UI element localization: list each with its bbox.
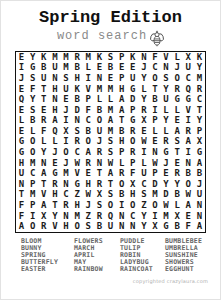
grid-cell: E [116, 63, 127, 74]
grid-cell: T [116, 116, 127, 127]
grid-cell: B [94, 221, 105, 232]
grid-cell: Y [161, 116, 172, 127]
page-title: Spring Edition [0, 8, 221, 27]
grid-cell: F [149, 52, 160, 63]
grid-cell: B [149, 94, 160, 105]
grid-cell: J [60, 158, 71, 169]
grid-cell: E [49, 158, 60, 169]
grid-cell: M [105, 84, 116, 95]
grid-cell: P [149, 168, 160, 179]
grid-cell: W [149, 158, 160, 169]
word-list: BLOOMBUNNYSPRINGBUTTERFLYEASTERFLOWERSMA… [21, 238, 209, 273]
grid-cell: H [16, 158, 27, 169]
grid-cell: E [16, 84, 27, 95]
grid-cell: R [72, 52, 83, 63]
grid-cell: H [49, 190, 60, 201]
grid-cell: R [172, 168, 183, 179]
grid-cell: I [16, 63, 27, 74]
grid-cell: C [127, 211, 138, 222]
grid-cell: P [83, 94, 94, 105]
grid-cell: B [105, 63, 116, 74]
grid-cell: G [194, 147, 205, 158]
grid-cell: J [16, 73, 27, 84]
grid-cell: I [60, 137, 71, 148]
subtitle-row: word search [0, 29, 221, 47]
grid-cell: O [127, 137, 138, 148]
grid-cell: P [194, 126, 205, 137]
grid-cell: W [138, 137, 149, 148]
grid-cell: V [72, 168, 83, 179]
grid-cell: Q [105, 211, 116, 222]
grid-cell: I [60, 116, 71, 127]
grid-cell: L [161, 126, 172, 137]
grid-cell: Q [49, 126, 60, 137]
grid-cell: N [60, 211, 71, 222]
grid-cell: J [49, 147, 60, 158]
grid-cell: S [105, 137, 116, 148]
grid-cell: C [138, 179, 149, 190]
grid-cell: S [172, 137, 183, 148]
grid-cell: O [83, 137, 94, 148]
grid-cell: R [94, 179, 105, 190]
grid-cell: H [72, 73, 83, 84]
grid-cell: F [183, 221, 194, 232]
grid-cell: N [72, 116, 83, 127]
grid-cell: L [16, 116, 27, 127]
grid-cell: E [172, 158, 183, 169]
grid-cell: Z [72, 190, 83, 201]
grid-cell: E [105, 73, 116, 84]
grid-cell: C [60, 190, 71, 201]
grid-cell: X [138, 116, 149, 127]
grid-cell: Y [138, 73, 149, 84]
grid-cell: Y [49, 211, 60, 222]
grid-cell: O [149, 200, 160, 211]
grid-cell: I [116, 200, 127, 211]
word-item: RAINCOAT [120, 266, 165, 273]
grid-cell: L [105, 94, 116, 105]
grid-cell: A [16, 221, 27, 232]
grid-cell: E [183, 211, 194, 222]
grid-cell: R [38, 221, 49, 232]
grid-cell: H [72, 200, 83, 211]
grid-cell: V [83, 84, 94, 95]
grid-cell: K [127, 52, 138, 63]
grid-cell: S [138, 190, 149, 201]
grid-cell: B [27, 116, 38, 127]
grid-cell: M [60, 52, 71, 63]
grid-cell: A [38, 200, 49, 211]
grid-cell: A [105, 168, 116, 179]
word-item: RAINBOW [74, 266, 120, 273]
grid-cell: U [127, 73, 138, 84]
grid-cell: G [172, 94, 183, 105]
word-column: FLOWERSMARCHAPRILMAYRAINBOW [74, 238, 120, 273]
grid-cell: N [116, 221, 127, 232]
grid-cell: W [105, 158, 116, 169]
grid-cell: K [94, 52, 105, 63]
grid-cell: U [16, 168, 27, 179]
grid-cell: B [38, 63, 49, 74]
grid-cell: X [149, 221, 160, 232]
grid-cell: M [94, 84, 105, 95]
grid-cell: D [161, 190, 172, 201]
grid-cell: B [172, 190, 183, 201]
grid-cell: T [38, 94, 49, 105]
grid-cell: I [183, 147, 194, 158]
grid-cell: L [27, 126, 38, 137]
grid-cell: T [149, 84, 160, 95]
grid-cell: C [194, 94, 205, 105]
grid-cell: X [60, 126, 71, 137]
grid-cell: G [127, 84, 138, 95]
grid-cell: X [94, 190, 105, 201]
grid-cell: R [183, 126, 194, 137]
grid-cell: V [38, 190, 49, 201]
grid-cell: R [172, 84, 183, 95]
grid-cell: R [38, 116, 49, 127]
grid-cell: W [183, 190, 194, 201]
grid-cell: F [27, 84, 38, 95]
grid-cell: U [105, 221, 116, 232]
grid-cell: B [116, 190, 127, 201]
worksheet-page: Spring Edition word search EYKMMRMKSPKNF… [0, 0, 221, 300]
grid-cell: R [161, 137, 172, 148]
grid-cell: Y [172, 179, 183, 190]
grid-cell: M [83, 52, 94, 63]
grid-cell: V [161, 52, 172, 63]
grid-cell: Z [83, 211, 94, 222]
grid-cell: A [183, 200, 194, 211]
grid-cell: A [105, 116, 116, 127]
grid-cell: I [138, 147, 149, 158]
grid-cell: B [83, 126, 94, 137]
grid-cell: N [94, 158, 105, 169]
grid-cell: E [172, 116, 183, 127]
grid-cell: S [105, 52, 116, 63]
grid-cell: G [27, 63, 38, 74]
grid-cell: B [183, 168, 194, 179]
word-item: EGGHUNT [165, 266, 209, 273]
grid-cell: E [138, 126, 149, 137]
grid-cell: J [138, 63, 149, 74]
grid-cell: G [183, 94, 194, 105]
grid-cell: O [105, 200, 116, 211]
grid-cell: S [94, 200, 105, 211]
grid-cell: N [138, 52, 149, 63]
grid-cell: U [161, 94, 172, 105]
bee-icon [150, 30, 164, 47]
grid-cell: U [49, 63, 60, 74]
grid-cell: N [60, 179, 71, 190]
grid-cell: M [149, 190, 160, 201]
grid-cell: G [16, 137, 27, 148]
grid-cell: D [149, 179, 160, 190]
grid-cell: M [161, 211, 172, 222]
grid-cell: E [16, 52, 27, 63]
grid-cell: E [16, 105, 27, 116]
grid-cell: Y [161, 179, 172, 190]
word-column: BLOOMBUNNYSPRINGBUTTERFLYEASTER [21, 238, 74, 273]
grid-cell: L [49, 137, 60, 148]
grid-cell: G [16, 147, 27, 158]
grid-cell: V [183, 105, 194, 116]
grid-cell: V [49, 221, 60, 232]
grid-cell: R [83, 158, 94, 169]
grid-cell: J [94, 137, 105, 148]
grid-cell: B [116, 126, 127, 137]
grid-cell: M [72, 211, 83, 222]
grid-cell: N [49, 94, 60, 105]
grid-cell: O [116, 179, 127, 190]
grid-cell: U [60, 84, 71, 95]
grid-cell: S [105, 190, 116, 201]
grid-cell: Y [27, 52, 38, 63]
grid-cell: M [27, 190, 38, 201]
grid-cell: I [149, 105, 160, 116]
grid-cell: P [127, 105, 138, 116]
grid-cell: A [83, 147, 94, 158]
grid-cell: R [138, 105, 149, 116]
grid-cell: U [194, 190, 205, 201]
grid-cell: H [127, 190, 138, 201]
grid-cell: T [49, 200, 60, 211]
grid-cell: M [49, 52, 60, 63]
grid-cell: E [60, 94, 71, 105]
grid-cell: H [49, 84, 60, 95]
grid-cell: P [127, 158, 138, 169]
grid-cell: K [194, 52, 205, 63]
grid-cell: T [172, 147, 183, 158]
grid-cell: S [83, 221, 94, 232]
grid-cell: E [161, 168, 172, 179]
grid-cell: M [60, 63, 71, 74]
grid-cell: O [27, 147, 38, 158]
grid-cell: O [172, 73, 183, 84]
grid-cell: Z [138, 200, 149, 211]
grid-cell: R [94, 211, 105, 222]
grid-cell: U [138, 168, 149, 179]
grid-cell: R [94, 147, 105, 158]
grid-cell: T [38, 84, 49, 95]
grid-cell: L [149, 126, 160, 137]
grid-cell: N [183, 158, 194, 169]
grid-cell: Y [194, 116, 205, 127]
grid-cell: G [161, 147, 172, 158]
grid-cell: J [161, 158, 172, 169]
grid-cell: M [27, 158, 38, 169]
grid-cell: Y [194, 63, 205, 74]
grid-cell: D [127, 94, 138, 105]
grid-cell: E [149, 137, 160, 148]
grid-cell: F [38, 126, 49, 137]
grid-cell: O [149, 73, 160, 84]
grid-cell: H [60, 221, 71, 232]
grid-cell: F [83, 105, 94, 116]
grid-cell: L [172, 105, 183, 116]
grid-cell: E [16, 126, 27, 137]
grid-cell: O [27, 221, 38, 232]
grid-cell: Q [16, 94, 27, 105]
grid-cell: P [27, 200, 38, 211]
grid-cell: E [127, 63, 138, 74]
grid-cell: U [94, 126, 105, 137]
grid-cell: C [83, 116, 94, 127]
grid-cell: S [60, 73, 71, 84]
grid-cell: B [172, 221, 183, 232]
grid-cell: A [183, 137, 194, 148]
grid-cell: G [161, 221, 172, 232]
grid-cell: A [194, 221, 205, 232]
grid-cell: E [83, 168, 94, 179]
grid-cell: N [94, 73, 105, 84]
grid-cell: L [38, 137, 49, 148]
grid-cell: O [60, 147, 71, 158]
grid-cell: X [38, 211, 49, 222]
grid-cell: X [172, 211, 183, 222]
grid-cell: A [172, 126, 183, 137]
grid-cell: F [16, 211, 27, 222]
grid-cell: T [194, 105, 205, 116]
grid-cell: T [38, 179, 49, 190]
grid-cell: K [72, 84, 83, 95]
grid-cell: I [83, 73, 94, 84]
grid-cell: F [127, 168, 138, 179]
grid-cell: J [83, 200, 94, 211]
grid-cell: T [105, 179, 116, 190]
grid-cell: A [116, 94, 127, 105]
grid-cell: W [72, 158, 83, 169]
grid-cell: M [60, 168, 71, 179]
grid-cell: O [72, 221, 83, 232]
grid-cell: L [161, 105, 172, 116]
grid-cell: L [116, 158, 127, 169]
grid-cell: G [72, 179, 83, 190]
grid-cell: M [105, 105, 116, 116]
grid-cell: R [127, 126, 138, 137]
grid-cell: L [138, 158, 149, 169]
grid-cell: N [116, 211, 127, 222]
grid-cell: W [161, 200, 172, 211]
grid-cell: N [38, 158, 49, 169]
word-column: BUMBLEBEEUMBRELLASUNSHINESHOWERSEGGHUNT [165, 238, 209, 273]
grid-cell: C [149, 63, 160, 74]
grid-cell: R [116, 168, 127, 179]
grid-cell: G [49, 168, 60, 179]
grid-cell: Y [138, 211, 149, 222]
grid-cell: A [194, 158, 205, 169]
grid-cell: A [116, 105, 127, 116]
grid-cell: N [16, 179, 27, 190]
grid-cell: Y [27, 94, 38, 105]
grid-cell: S [161, 73, 172, 84]
grid-cell: L [172, 52, 183, 63]
grid-cell: S [27, 73, 38, 84]
grid-cell: X [183, 52, 194, 63]
grid-cell: N [161, 63, 172, 74]
word-search-grid: EYKMMRMKSPKNFVLXKIGBUMBLEBEEJCNJUYJSUNSH… [15, 51, 206, 233]
grid-cell: Y [161, 84, 172, 95]
grid-cell: E [38, 105, 49, 116]
grid-cell: T [94, 168, 105, 179]
grid-cell: E [94, 63, 105, 74]
grid-cell: P [116, 147, 127, 158]
word-item: EASTER [21, 266, 74, 273]
grid-cell: H [116, 84, 127, 95]
grid-cell: R [72, 137, 83, 148]
grid-cell: U [38, 73, 49, 84]
copyright-text: copyrighted crazylaura.com [133, 278, 208, 284]
grid-cell: P [149, 116, 160, 127]
grid-cell: A [49, 116, 60, 127]
grid-cell: P [116, 52, 127, 63]
grid-cell: I [183, 116, 194, 127]
grid-cell: I [149, 211, 160, 222]
grid-cell: J [60, 105, 71, 116]
grid-cell: D [72, 105, 83, 116]
grid-cell: N [149, 147, 160, 158]
grid-cell: B [94, 105, 105, 116]
grid-cell: I [27, 211, 38, 222]
grid-cell: C [183, 73, 194, 84]
grid-cell: Y [38, 147, 49, 158]
grid-cell: B [72, 94, 83, 105]
grid-cell: P [27, 179, 38, 190]
grid-cell: O [27, 137, 38, 148]
grid-cell: Q [183, 84, 194, 95]
grid-cell: S [27, 105, 38, 116]
grid-cell: O [127, 200, 138, 211]
grid-cell: L [94, 94, 105, 105]
grid-cell: N [194, 211, 205, 222]
grid-cell: Y [138, 221, 149, 232]
grid-cell: R [60, 200, 71, 211]
grid-cell: N [127, 221, 138, 232]
grid-cell: B [194, 168, 205, 179]
grid-cell: L [83, 63, 94, 74]
grid-cell: O [183, 179, 194, 190]
subtitle: word search [57, 29, 147, 43]
grid-cell: P [116, 73, 127, 84]
grid-cell: X [127, 179, 138, 190]
grid-cell: N [194, 200, 205, 211]
grid-cell: G [127, 116, 138, 127]
grid-cell: C [27, 168, 38, 179]
grid-cell: Y [138, 94, 149, 105]
grid-cell: R [194, 84, 205, 95]
grid-cell: L [172, 200, 183, 211]
grid-cell: M [105, 126, 116, 137]
grid-cell: N [49, 73, 60, 84]
grid-cell: A [38, 168, 49, 179]
grid-cell: W [83, 190, 94, 201]
grid-cell: R [127, 147, 138, 158]
grid-cell: J [194, 179, 205, 190]
grid-cell: M [194, 73, 205, 84]
grid-cell: H [83, 179, 94, 190]
grid-cell: H [49, 105, 60, 116]
grid-cell: U [183, 63, 194, 74]
grid-cell: K [38, 52, 49, 63]
grid-cell: S [105, 147, 116, 158]
grid-cell: X [194, 137, 205, 148]
grid-cell: H [116, 137, 127, 148]
grid-cell: S [72, 126, 83, 137]
grid-cell: B [72, 63, 83, 74]
grid-cell: J [172, 63, 183, 74]
grid-cell: C [72, 147, 83, 158]
grid-cell: R [49, 179, 60, 190]
